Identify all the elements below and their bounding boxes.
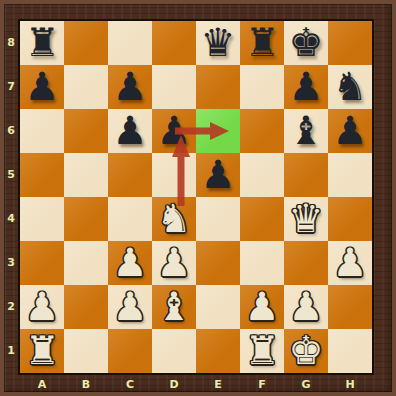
square-g1[interactable]: ♚ — [284, 329, 328, 373]
square-e5[interactable]: ♟ — [196, 153, 240, 197]
square-a1[interactable]: ♜ — [20, 329, 64, 373]
square-e6[interactable] — [196, 109, 240, 153]
square-g8[interactable]: ♚ — [284, 21, 328, 65]
file-label-A: A — [20, 377, 64, 394]
black-queen-e8[interactable]: ♛ — [196, 21, 240, 65]
square-f8[interactable]: ♜ — [240, 21, 284, 65]
square-d3[interactable]: ♟ — [152, 241, 196, 285]
rank-label-2: 2 — [4, 285, 18, 329]
rank-label-4: 4 — [4, 197, 18, 241]
black-pawn-g7[interactable]: ♟ — [284, 65, 328, 109]
square-b6[interactable] — [64, 109, 108, 153]
black-knight-h7[interactable]: ♞ — [328, 65, 372, 109]
square-a5[interactable] — [20, 153, 64, 197]
white-king-g1[interactable]: ♚ — [284, 329, 328, 373]
square-c7[interactable]: ♟ — [108, 65, 152, 109]
black-king-g8[interactable]: ♚ — [284, 21, 328, 65]
white-pawn-a2[interactable]: ♟ — [20, 285, 64, 329]
square-b1[interactable] — [64, 329, 108, 373]
white-pawn-d3[interactable]: ♟ — [152, 241, 196, 285]
rank-label-1: 1 — [4, 329, 18, 373]
square-g2[interactable]: ♟ — [284, 285, 328, 329]
square-a6[interactable] — [20, 109, 64, 153]
white-queen-g4[interactable]: ♛ — [284, 197, 328, 241]
square-e8[interactable]: ♛ — [196, 21, 240, 65]
square-a3[interactable] — [20, 241, 64, 285]
square-d6[interactable]: ♟ — [152, 109, 196, 153]
rank-label-8: 8 — [4, 21, 18, 65]
square-b7[interactable] — [64, 65, 108, 109]
square-h3[interactable]: ♟ — [328, 241, 372, 285]
square-e2[interactable] — [196, 285, 240, 329]
square-h5[interactable] — [328, 153, 372, 197]
square-g3[interactable] — [284, 241, 328, 285]
white-rook-f1[interactable]: ♜ — [240, 329, 284, 373]
square-f7[interactable] — [240, 65, 284, 109]
file-label-G: G — [284, 377, 328, 394]
square-f1[interactable]: ♜ — [240, 329, 284, 373]
white-pawn-c2[interactable]: ♟ — [108, 285, 152, 329]
white-pawn-g2[interactable]: ♟ — [284, 285, 328, 329]
white-knight-d4[interactable]: ♞ — [152, 197, 196, 241]
chess-app-window: 87654321 ♜♛♜♚♟♟♟♞♟♟♝♟♟♞♛♟♟♟♟♟♝♟♟♜♜♚ ABCD… — [0, 0, 396, 396]
square-g5[interactable] — [284, 153, 328, 197]
square-c3[interactable]: ♟ — [108, 241, 152, 285]
black-rook-f8[interactable]: ♜ — [240, 21, 284, 65]
square-c8[interactable] — [108, 21, 152, 65]
square-a2[interactable]: ♟ — [20, 285, 64, 329]
file-label-E: E — [196, 377, 240, 394]
square-h6[interactable]: ♟ — [328, 109, 372, 153]
square-c1[interactable] — [108, 329, 152, 373]
white-bishop-d2[interactable]: ♝ — [152, 285, 196, 329]
square-h8[interactable] — [328, 21, 372, 65]
file-label-H: H — [328, 377, 372, 394]
white-pawn-c3[interactable]: ♟ — [108, 241, 152, 285]
square-f2[interactable]: ♟ — [240, 285, 284, 329]
square-f6[interactable] — [240, 109, 284, 153]
square-e3[interactable] — [196, 241, 240, 285]
square-d5[interactable] — [152, 153, 196, 197]
square-e1[interactable] — [196, 329, 240, 373]
rank-label-5: 5 — [4, 153, 18, 197]
square-d1[interactable] — [152, 329, 196, 373]
square-c4[interactable] — [108, 197, 152, 241]
black-pawn-c6[interactable]: ♟ — [108, 109, 152, 153]
square-c5[interactable] — [108, 153, 152, 197]
square-h1[interactable] — [328, 329, 372, 373]
square-g4[interactable]: ♛ — [284, 197, 328, 241]
rank-label-7: 7 — [4, 65, 18, 109]
file-label-B: B — [64, 377, 108, 394]
black-pawn-h6[interactable]: ♟ — [328, 109, 372, 153]
square-b8[interactable] — [64, 21, 108, 65]
black-rook-a8[interactable]: ♜ — [20, 21, 64, 65]
square-d4[interactable]: ♞ — [152, 197, 196, 241]
file-label-F: F — [240, 377, 284, 394]
square-a8[interactable]: ♜ — [20, 21, 64, 65]
square-b2[interactable] — [64, 285, 108, 329]
square-h7[interactable]: ♞ — [328, 65, 372, 109]
square-g7[interactable]: ♟ — [284, 65, 328, 109]
square-e7[interactable] — [196, 65, 240, 109]
file-label-D: D — [152, 377, 196, 394]
rank-labels: 87654321 — [4, 21, 18, 373]
square-a7[interactable]: ♟ — [20, 65, 64, 109]
rank-label-6: 6 — [4, 109, 18, 153]
square-f5[interactable] — [240, 153, 284, 197]
square-d8[interactable] — [152, 21, 196, 65]
black-pawn-d6[interactable]: ♟ — [152, 109, 196, 153]
square-d7[interactable] — [152, 65, 196, 109]
square-f3[interactable] — [240, 241, 284, 285]
black-pawn-e5[interactable]: ♟ — [196, 153, 240, 197]
square-f4[interactable] — [240, 197, 284, 241]
rank-label-3: 3 — [4, 241, 18, 285]
white-rook-a1[interactable]: ♜ — [20, 329, 64, 373]
square-b4[interactable] — [64, 197, 108, 241]
chess-board: ♜♛♜♚♟♟♟♞♟♟♝♟♟♞♛♟♟♟♟♟♝♟♟♜♜♚ — [18, 19, 374, 375]
file-label-C: C — [108, 377, 152, 394]
square-g6[interactable]: ♝ — [284, 109, 328, 153]
square-d2[interactable]: ♝ — [152, 285, 196, 329]
square-c6[interactable]: ♟ — [108, 109, 152, 153]
square-h2[interactable] — [328, 285, 372, 329]
square-b3[interactable] — [64, 241, 108, 285]
file-labels: ABCDEFGH — [20, 377, 372, 394]
white-pawn-f2[interactable]: ♟ — [240, 285, 284, 329]
square-e4[interactable] — [196, 197, 240, 241]
black-pawn-c7[interactable]: ♟ — [108, 65, 152, 109]
square-a4[interactable] — [20, 197, 64, 241]
square-h4[interactable] — [328, 197, 372, 241]
white-pawn-h3[interactable]: ♟ — [328, 241, 372, 285]
black-pawn-a7[interactable]: ♟ — [20, 65, 64, 109]
square-c2[interactable]: ♟ — [108, 285, 152, 329]
black-bishop-g6[interactable]: ♝ — [284, 109, 328, 153]
square-b5[interactable] — [64, 153, 108, 197]
